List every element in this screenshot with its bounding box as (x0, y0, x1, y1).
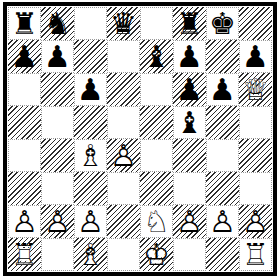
square-a1: ♜♖ (8, 238, 41, 271)
square-e1: ♚♔ (140, 238, 173, 271)
square-h4 (239, 139, 272, 172)
square-b2: ♟♙ (41, 205, 74, 238)
square-e2: ♞♘ (140, 205, 173, 238)
white-queen-fill: ♛ (239, 73, 272, 106)
white-pawn-fill: ♟ (9, 206, 40, 237)
square-b6 (41, 73, 74, 106)
square-f5: ♝ (173, 106, 206, 139)
white-rook-fill: ♜ (8, 238, 41, 271)
square-h2: ♟♙ (239, 205, 272, 238)
white-pawn-fill: ♟ (207, 206, 238, 237)
square-e3 (140, 172, 173, 205)
square-f2: ♟♙ (173, 205, 206, 238)
square-g5 (206, 106, 239, 139)
white-rook-fill: ♜ (240, 239, 271, 270)
white-pawn: ♙ (9, 206, 40, 237)
square-c2: ♟♙ (74, 205, 107, 238)
square-e4 (140, 139, 173, 172)
square-a7: ♟ (8, 40, 41, 73)
white-pawn: ♙ (207, 206, 238, 237)
square-c5 (74, 106, 107, 139)
square-e6 (140, 73, 173, 106)
square-d1 (107, 238, 140, 271)
square-b8: ♞ (41, 7, 74, 40)
black-pawn: ♟ (207, 74, 238, 105)
white-pawn-fill: ♟ (41, 205, 74, 238)
square-h8 (239, 7, 272, 40)
square-f4 (173, 139, 206, 172)
square-a2: ♟♙ (8, 205, 41, 238)
white-pawn: ♙ (41, 205, 74, 238)
square-b4 (41, 139, 74, 172)
square-d2 (107, 205, 140, 238)
square-a3 (8, 172, 41, 205)
board-frame: ♜♞♛♜♚♟♟♝♟♟♟♟♟♛♕♝♝♗♟♙♟♙♟♙♟♙♞♘♟♙♟♙♟♙♜♖♝♗♚♔… (3, 2, 277, 276)
square-h1: ♜♖ (239, 238, 272, 271)
white-bishop-fill: ♝ (75, 140, 106, 171)
square-e7: ♝ (140, 40, 173, 73)
white-pawn-fill: ♟ (75, 206, 106, 237)
square-f7: ♟ (173, 40, 206, 73)
square-g7 (206, 40, 239, 73)
square-c1: ♝♗ (74, 238, 107, 271)
black-knight: ♞ (41, 7, 74, 40)
white-pawn-fill: ♟ (107, 139, 140, 172)
black-bishop: ♝ (140, 40, 173, 73)
white-king: ♔ (140, 238, 173, 271)
square-b1 (41, 238, 74, 271)
black-pawn: ♟ (42, 41, 73, 72)
square-g4 (206, 139, 239, 172)
square-d4: ♟♙ (107, 139, 140, 172)
square-g8: ♚ (206, 7, 239, 40)
square-d3 (107, 172, 140, 205)
white-rook: ♖ (8, 238, 41, 271)
square-b3 (41, 172, 74, 205)
black-pawn: ♟ (75, 74, 106, 105)
square-f8: ♜ (173, 7, 206, 40)
black-pawn: ♟ (174, 41, 205, 72)
white-rook: ♖ (240, 239, 271, 270)
black-king: ♚ (207, 8, 238, 39)
white-pawn: ♙ (75, 206, 106, 237)
white-knight: ♘ (141, 206, 172, 237)
square-h3 (239, 172, 272, 205)
square-a5 (8, 106, 41, 139)
square-e8 (140, 7, 173, 40)
square-g1 (206, 238, 239, 271)
square-a6 (8, 73, 41, 106)
square-d8: ♛ (107, 7, 140, 40)
square-g6: ♟ (206, 73, 239, 106)
black-rook: ♜ (173, 7, 206, 40)
square-c3 (74, 172, 107, 205)
white-pawn-fill: ♟ (239, 205, 272, 238)
square-g2: ♟♙ (206, 205, 239, 238)
white-pawn: ♙ (107, 139, 140, 172)
black-pawn: ♟ (8, 40, 41, 73)
white-knight-fill: ♞ (141, 206, 172, 237)
white-pawn: ♙ (173, 205, 206, 238)
white-bishop-fill: ♝ (74, 238, 107, 271)
square-f3 (173, 172, 206, 205)
square-f1 (173, 238, 206, 271)
black-pawn: ♟ (240, 41, 271, 72)
square-h7: ♟ (239, 40, 272, 73)
square-h6: ♛♕ (239, 73, 272, 106)
square-b5 (41, 106, 74, 139)
square-d6 (107, 73, 140, 106)
square-f6: ♟ (173, 73, 206, 106)
black-queen: ♛ (107, 7, 140, 40)
square-c6: ♟ (74, 73, 107, 106)
white-queen: ♕ (239, 73, 272, 106)
square-g3 (206, 172, 239, 205)
square-a4 (8, 139, 41, 172)
white-pawn-fill: ♟ (173, 205, 206, 238)
black-bishop: ♝ (174, 107, 205, 138)
square-a8: ♜ (8, 7, 41, 40)
white-pawn: ♙ (239, 205, 272, 238)
square-c8 (74, 7, 107, 40)
white-bishop: ♗ (74, 238, 107, 271)
black-pawn: ♟ (173, 73, 206, 106)
square-d7 (107, 40, 140, 73)
square-b7: ♟ (41, 40, 74, 73)
square-c4: ♝♗ (74, 139, 107, 172)
white-king-fill: ♚ (140, 238, 173, 271)
square-e5 (140, 106, 173, 139)
chess-board: ♜♞♛♜♚♟♟♝♟♟♟♟♟♛♕♝♝♗♟♙♟♙♟♙♟♙♞♘♟♙♟♙♟♙♜♖♝♗♚♔… (8, 7, 272, 271)
black-rook: ♜ (9, 8, 40, 39)
square-c7 (74, 40, 107, 73)
square-h5 (239, 106, 272, 139)
square-d5 (107, 106, 140, 139)
white-bishop: ♗ (75, 140, 106, 171)
